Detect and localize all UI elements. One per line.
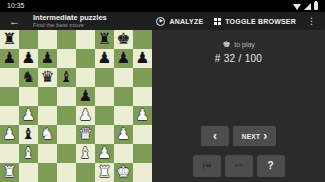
black-pawn: ♟ xyxy=(3,49,17,68)
black-king: ♚ xyxy=(117,30,131,49)
rewind-icon: ◀◀ xyxy=(203,163,211,169)
square-b7[interactable]: ♟ xyxy=(19,49,38,68)
app-screen: 10:35 ← Intermediate puzzles Find the be… xyxy=(0,0,325,182)
square-a6[interactable] xyxy=(0,68,19,87)
square-e3[interactable]: ♛ xyxy=(76,125,95,144)
square-g5[interactable] xyxy=(114,87,133,106)
white-rook: ♜ xyxy=(3,163,17,182)
square-h2[interactable] xyxy=(133,144,152,163)
square-c7[interactable]: ♟ xyxy=(38,49,57,68)
black-pawn: ♟ xyxy=(22,49,36,68)
black-pawn: ♟ xyxy=(79,87,93,106)
white-pawn: ♟ xyxy=(136,106,150,125)
black-rook: ♜ xyxy=(3,30,17,49)
overflow-menu-icon[interactable]: ⋮ xyxy=(307,12,316,30)
black-pawn: ♟ xyxy=(117,49,131,68)
square-e5[interactable]: ♟ xyxy=(76,87,95,106)
nav-row: ‹ NEXT › xyxy=(201,126,276,146)
square-c8[interactable] xyxy=(38,30,57,49)
square-b2[interactable]: ♝ xyxy=(19,144,38,163)
square-d8[interactable] xyxy=(57,30,76,49)
square-e7[interactable] xyxy=(76,49,95,68)
previous-button[interactable]: ‹ xyxy=(201,126,229,146)
status-bar: 10:35 xyxy=(0,0,325,12)
white-bishop: ♝ xyxy=(22,144,36,163)
white-rook: ♜ xyxy=(98,163,112,182)
square-h5[interactable] xyxy=(133,87,152,106)
black-pawn: ♟ xyxy=(98,49,112,68)
black-knight: ♞ xyxy=(22,68,36,87)
square-d7[interactable] xyxy=(57,49,76,68)
square-a1[interactable]: ♜ xyxy=(0,163,19,182)
square-a5[interactable] xyxy=(0,87,19,106)
square-c1[interactable] xyxy=(38,163,57,182)
back-arrow-icon[interactable]: ← xyxy=(9,12,20,30)
square-g4[interactable] xyxy=(114,106,133,125)
black-bishop: ♝ xyxy=(22,125,36,144)
rewind-button[interactable]: ◀◀ xyxy=(193,155,221,177)
square-g3[interactable]: ♟ xyxy=(114,125,133,144)
black-queen: ♛ xyxy=(41,68,55,87)
square-d5[interactable] xyxy=(57,87,76,106)
square-c4[interactable] xyxy=(38,106,57,125)
to-play-label: to play xyxy=(234,41,255,48)
status-icons xyxy=(293,0,318,12)
chevron-right-icon: › xyxy=(263,130,267,142)
black-pawn: ♟ xyxy=(41,49,55,68)
square-c5[interactable] xyxy=(38,87,57,106)
black-rook: ♜ xyxy=(98,30,112,49)
square-b4[interactable]: ♟ xyxy=(19,106,38,125)
square-g6[interactable] xyxy=(114,68,133,87)
question-mark-icon: ? xyxy=(267,161,273,171)
square-b1[interactable] xyxy=(19,163,38,182)
white-knight: ♞ xyxy=(41,125,55,144)
tool-row: ◀◀ ↩ ? xyxy=(193,155,285,177)
puzzle-counter: # 32 / 100 xyxy=(215,53,262,64)
page-subtitle: Find the best move xyxy=(33,22,107,29)
square-e6[interactable] xyxy=(76,68,95,87)
square-d2[interactable] xyxy=(57,144,76,163)
white-pawn: ♟ xyxy=(79,106,93,125)
square-a8[interactable]: ♜ xyxy=(0,30,19,49)
puzzle-panel: ♚ to play # 32 / 100 ‹ NEXT › ◀◀ xyxy=(152,30,325,182)
grid-icon xyxy=(214,18,221,25)
next-label: NEXT xyxy=(242,133,261,140)
chess-board: ♜♜♚♟♟♟♟♟♟♞♛♝♟♟♟♟♟♝♞♛♟♝♝♟♜♜♚ xyxy=(0,30,152,182)
square-a3[interactable]: ♟ xyxy=(0,125,19,144)
white-king: ♚ xyxy=(117,163,131,182)
square-c3[interactable]: ♞ xyxy=(38,125,57,144)
square-d1[interactable] xyxy=(57,163,76,182)
page-title: Intermediate puzzles xyxy=(33,14,107,22)
square-g8[interactable]: ♚ xyxy=(114,30,133,49)
square-d4[interactable] xyxy=(57,106,76,125)
signal-icon xyxy=(304,3,311,10)
square-h3[interactable] xyxy=(133,125,152,144)
square-b6[interactable]: ♞ xyxy=(19,68,38,87)
chevron-left-icon: ‹ xyxy=(213,130,217,142)
help-button[interactable]: ? xyxy=(257,155,285,177)
app-bar: ← Intermediate puzzles Find the best mov… xyxy=(0,12,325,30)
square-f7[interactable]: ♟ xyxy=(95,49,114,68)
square-a7[interactable]: ♟ xyxy=(0,49,19,68)
square-a2[interactable] xyxy=(0,144,19,163)
wifi-icon xyxy=(293,4,301,10)
square-d3[interactable] xyxy=(57,125,76,144)
toggle-browser-button[interactable]: TOGGLE BROWSER xyxy=(214,18,296,25)
white-queen: ♛ xyxy=(79,125,93,144)
analyze-label: ANALYZE xyxy=(169,18,203,25)
titles: Intermediate puzzles Find the best move xyxy=(33,14,107,29)
white-bishop: ♝ xyxy=(79,144,93,163)
battery-icon xyxy=(314,2,318,10)
square-f3[interactable] xyxy=(95,125,114,144)
undo-button[interactable]: ↩ xyxy=(225,155,253,177)
white-pawn: ♟ xyxy=(98,144,112,163)
square-f6[interactable] xyxy=(95,68,114,87)
square-e8[interactable] xyxy=(76,30,95,49)
black-bishop: ♝ xyxy=(60,68,74,87)
square-h6[interactable] xyxy=(133,68,152,87)
white-pawn: ♟ xyxy=(117,125,131,144)
square-c6[interactable]: ♛ xyxy=(38,68,57,87)
square-e1[interactable] xyxy=(76,163,95,182)
square-b8[interactable] xyxy=(19,30,38,49)
square-f5[interactable] xyxy=(95,87,114,106)
black-pawn: ♟ xyxy=(136,49,150,68)
analyze-button[interactable]: ▶ ANALYZE xyxy=(156,17,203,26)
square-f4[interactable] xyxy=(95,106,114,125)
square-e4[interactable]: ♟ xyxy=(76,106,95,125)
square-h7[interactable]: ♟ xyxy=(133,49,152,68)
square-f8[interactable]: ♜ xyxy=(95,30,114,49)
clock-time: 10:35 xyxy=(7,0,25,12)
square-e2[interactable]: ♝ xyxy=(76,144,95,163)
square-g2[interactable] xyxy=(114,144,133,163)
to-play-indicator: ♚ to play xyxy=(222,39,255,49)
toggle-browser-label: TOGGLE BROWSER xyxy=(225,18,296,25)
square-c2[interactable] xyxy=(38,144,57,163)
square-h8[interactable] xyxy=(133,30,152,49)
undo-icon: ↩ xyxy=(234,161,242,171)
play-circle-icon: ▶ xyxy=(156,17,165,26)
square-b3[interactable]: ♝ xyxy=(19,125,38,144)
square-b5[interactable] xyxy=(19,87,38,106)
square-g7[interactable]: ♟ xyxy=(114,49,133,68)
square-f1[interactable]: ♜ xyxy=(95,163,114,182)
square-f2[interactable]: ♟ xyxy=(95,144,114,163)
next-button[interactable]: NEXT › xyxy=(233,126,276,146)
square-g1[interactable]: ♚ xyxy=(114,163,133,182)
square-h1[interactable] xyxy=(133,163,152,182)
king-icon: ♚ xyxy=(222,39,230,49)
square-a4[interactable] xyxy=(0,106,19,125)
square-d6[interactable]: ♝ xyxy=(57,68,76,87)
white-pawn: ♟ xyxy=(3,125,17,144)
white-pawn: ♟ xyxy=(22,106,36,125)
square-h4[interactable]: ♟ xyxy=(133,106,152,125)
